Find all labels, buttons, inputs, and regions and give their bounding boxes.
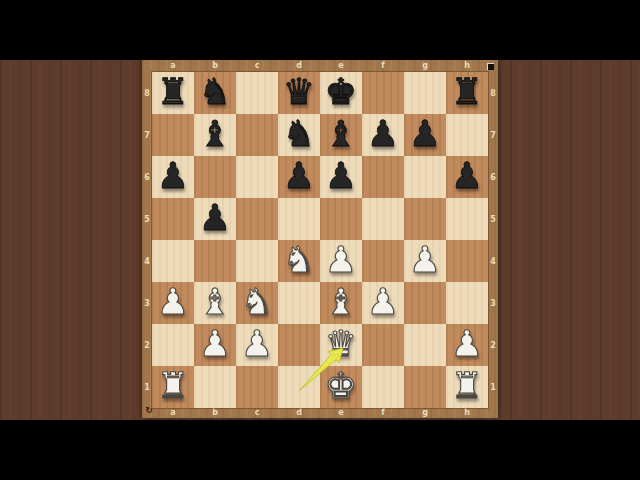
- video-frame: abcdefgh abcdefgh 87654321 87654321 ♜♞♛♚…: [0, 0, 640, 480]
- square-e5[interactable]: [320, 198, 362, 240]
- piece-black-queen: ♛: [283, 74, 315, 110]
- square-c4[interactable]: [236, 240, 278, 282]
- file-label-bottom-h: h: [446, 408, 488, 418]
- file-label-top-g: g: [404, 60, 446, 72]
- piece-white-rook: ♜: [451, 368, 483, 404]
- piece-white-pawn: ♟: [367, 284, 399, 320]
- square-h1[interactable]: ♜: [446, 366, 488, 408]
- rank-labels-right: 87654321: [488, 72, 498, 408]
- square-b8[interactable]: ♞: [194, 72, 236, 114]
- square-b3[interactable]: ♝: [194, 282, 236, 324]
- rank-label-right-7: 7: [488, 114, 498, 156]
- square-d2[interactable]: [278, 324, 320, 366]
- black-square-icon: [487, 63, 494, 70]
- square-b5[interactable]: ♟: [194, 198, 236, 240]
- square-g3[interactable]: [404, 282, 446, 324]
- square-h4[interactable]: [446, 240, 488, 282]
- rank-label-right-5: 5: [488, 198, 498, 240]
- rank-label-right-3: 3: [488, 282, 498, 324]
- square-b1[interactable]: [194, 366, 236, 408]
- square-h3[interactable]: [446, 282, 488, 324]
- piece-white-knight: ♞: [241, 284, 273, 320]
- square-e7[interactable]: ♝: [320, 114, 362, 156]
- square-h2[interactable]: ♟: [446, 324, 488, 366]
- square-c8[interactable]: [236, 72, 278, 114]
- square-a6[interactable]: ♟: [152, 156, 194, 198]
- square-c7[interactable]: [236, 114, 278, 156]
- square-a7[interactable]: [152, 114, 194, 156]
- rank-label-left-6: 6: [142, 156, 152, 198]
- file-label-top-e: e: [320, 60, 362, 72]
- piece-black-pawn: ♟: [157, 158, 189, 194]
- piece-black-pawn: ♟: [409, 116, 441, 152]
- file-label-bottom-c: c: [236, 408, 278, 418]
- square-f5[interactable]: [362, 198, 404, 240]
- square-b7[interactable]: ♝: [194, 114, 236, 156]
- file-label-top-a: a: [152, 60, 194, 72]
- piece-white-bishop: ♝: [325, 284, 357, 320]
- square-h8[interactable]: ♜: [446, 72, 488, 114]
- file-label-bottom-e: e: [320, 408, 362, 418]
- rank-label-right-1: 1: [488, 366, 498, 408]
- rank-label-left-3: 3: [142, 282, 152, 324]
- square-d6[interactable]: ♟: [278, 156, 320, 198]
- file-label-top-f: f: [362, 60, 404, 72]
- file-labels-top: abcdefgh: [152, 60, 488, 72]
- file-label-top-h: h: [446, 60, 488, 72]
- square-a5[interactable]: [152, 198, 194, 240]
- piece-white-pawn: ♟: [409, 242, 441, 278]
- rank-label-left-2: 2: [142, 324, 152, 366]
- file-label-bottom-g: g: [404, 408, 446, 418]
- piece-white-queen: ♛: [325, 326, 357, 362]
- piece-black-bishop: ♝: [199, 116, 231, 152]
- square-f2[interactable]: [362, 324, 404, 366]
- file-label-top-b: b: [194, 60, 236, 72]
- piece-white-king: ♚: [325, 368, 357, 404]
- file-label-top-d: d: [278, 60, 320, 72]
- piece-white-knight: ♞: [283, 242, 315, 278]
- piece-black-rook: ♜: [157, 74, 189, 110]
- rank-labels-left: 87654321: [142, 72, 152, 408]
- square-f7[interactable]: ♟: [362, 114, 404, 156]
- piece-black-pawn: ♟: [283, 158, 315, 194]
- square-g8[interactable]: [404, 72, 446, 114]
- piece-white-pawn: ♟: [199, 326, 231, 362]
- square-e4[interactable]: ♟: [320, 240, 362, 282]
- square-b2[interactable]: ♟: [194, 324, 236, 366]
- square-c6[interactable]: [236, 156, 278, 198]
- piece-black-knight: ♞: [283, 116, 315, 152]
- square-c3[interactable]: ♞: [236, 282, 278, 324]
- square-d4[interactable]: ♞: [278, 240, 320, 282]
- rank-label-left-1: 1: [142, 366, 152, 408]
- square-f8[interactable]: [362, 72, 404, 114]
- rank-label-left-4: 4: [142, 240, 152, 282]
- square-d7[interactable]: ♞: [278, 114, 320, 156]
- square-e2[interactable]: ♛: [320, 324, 362, 366]
- rank-label-right-6: 6: [488, 156, 498, 198]
- square-f3[interactable]: ♟: [362, 282, 404, 324]
- file-label-bottom-d: d: [278, 408, 320, 418]
- letterbox-bottom: [0, 420, 640, 480]
- rank-label-left-8: 8: [142, 72, 152, 114]
- rank-label-right-4: 4: [488, 240, 498, 282]
- square-d8[interactable]: ♛: [278, 72, 320, 114]
- piece-white-bishop: ♝: [199, 284, 231, 320]
- rank-label-right-2: 2: [488, 324, 498, 366]
- square-c2[interactable]: ♟: [236, 324, 278, 366]
- piece-white-pawn: ♟: [325, 242, 357, 278]
- piece-black-pawn: ♟: [367, 116, 399, 152]
- square-c1[interactable]: [236, 366, 278, 408]
- square-a3[interactable]: ♟: [152, 282, 194, 324]
- piece-black-pawn: ♟: [451, 158, 483, 194]
- square-a2[interactable]: [152, 324, 194, 366]
- square-g4[interactable]: ♟: [404, 240, 446, 282]
- piece-white-pawn: ♟: [157, 284, 189, 320]
- square-f6[interactable]: [362, 156, 404, 198]
- piece-black-pawn: ♟: [325, 158, 357, 194]
- rank-label-right-8: 8: [488, 72, 498, 114]
- square-h6[interactable]: ♟: [446, 156, 488, 198]
- square-d1[interactable]: [278, 366, 320, 408]
- piece-white-pawn: ♟: [241, 326, 273, 362]
- square-b4[interactable]: [194, 240, 236, 282]
- rank-label-left-5: 5: [142, 198, 152, 240]
- square-g7[interactable]: ♟: [404, 114, 446, 156]
- file-label-top-c: c: [236, 60, 278, 72]
- piece-white-pawn: ♟: [451, 326, 483, 362]
- file-label-bottom-f: f: [362, 408, 404, 418]
- square-d5[interactable]: [278, 198, 320, 240]
- piece-black-pawn: ♟: [199, 200, 231, 236]
- square-g1[interactable]: [404, 366, 446, 408]
- flip-board-icon[interactable]: ↻: [144, 405, 154, 415]
- square-e3[interactable]: ♝: [320, 282, 362, 324]
- file-labels-bottom: abcdefgh: [152, 408, 488, 418]
- file-label-bottom-b: b: [194, 408, 236, 418]
- square-d3[interactable]: [278, 282, 320, 324]
- file-label-bottom-a: a: [152, 408, 194, 418]
- square-e6[interactable]: ♟: [320, 156, 362, 198]
- square-e8[interactable]: ♚: [320, 72, 362, 114]
- board-squares: ♜♞♛♚♜♝♞♝♟♟♟♟♟♟♟♞♟♟♟♝♞♝♟♟♟♛♟♜♚♜: [152, 72, 488, 408]
- square-f4[interactable]: [362, 240, 404, 282]
- square-c5[interactable]: [236, 198, 278, 240]
- square-h7[interactable]: [446, 114, 488, 156]
- square-a4[interactable]: [152, 240, 194, 282]
- chess-board: abcdefgh abcdefgh 87654321 87654321 ♜♞♛♚…: [142, 60, 498, 418]
- piece-white-rook: ♜: [157, 368, 189, 404]
- square-g6[interactable]: [404, 156, 446, 198]
- piece-black-rook: ♜: [451, 74, 483, 110]
- square-e1[interactable]: ♚: [320, 366, 362, 408]
- rank-label-left-7: 7: [142, 114, 152, 156]
- piece-black-bishop: ♝: [325, 116, 357, 152]
- piece-black-knight: ♞: [199, 74, 231, 110]
- square-a1[interactable]: ♜: [152, 366, 194, 408]
- square-h5[interactable]: [446, 198, 488, 240]
- square-b6[interactable]: [194, 156, 236, 198]
- square-g2[interactable]: [404, 324, 446, 366]
- square-g5[interactable]: [404, 198, 446, 240]
- square-f1[interactable]: [362, 366, 404, 408]
- square-a8[interactable]: ♜: [152, 72, 194, 114]
- letterbox-top: [0, 0, 640, 60]
- piece-black-king: ♚: [325, 74, 357, 110]
